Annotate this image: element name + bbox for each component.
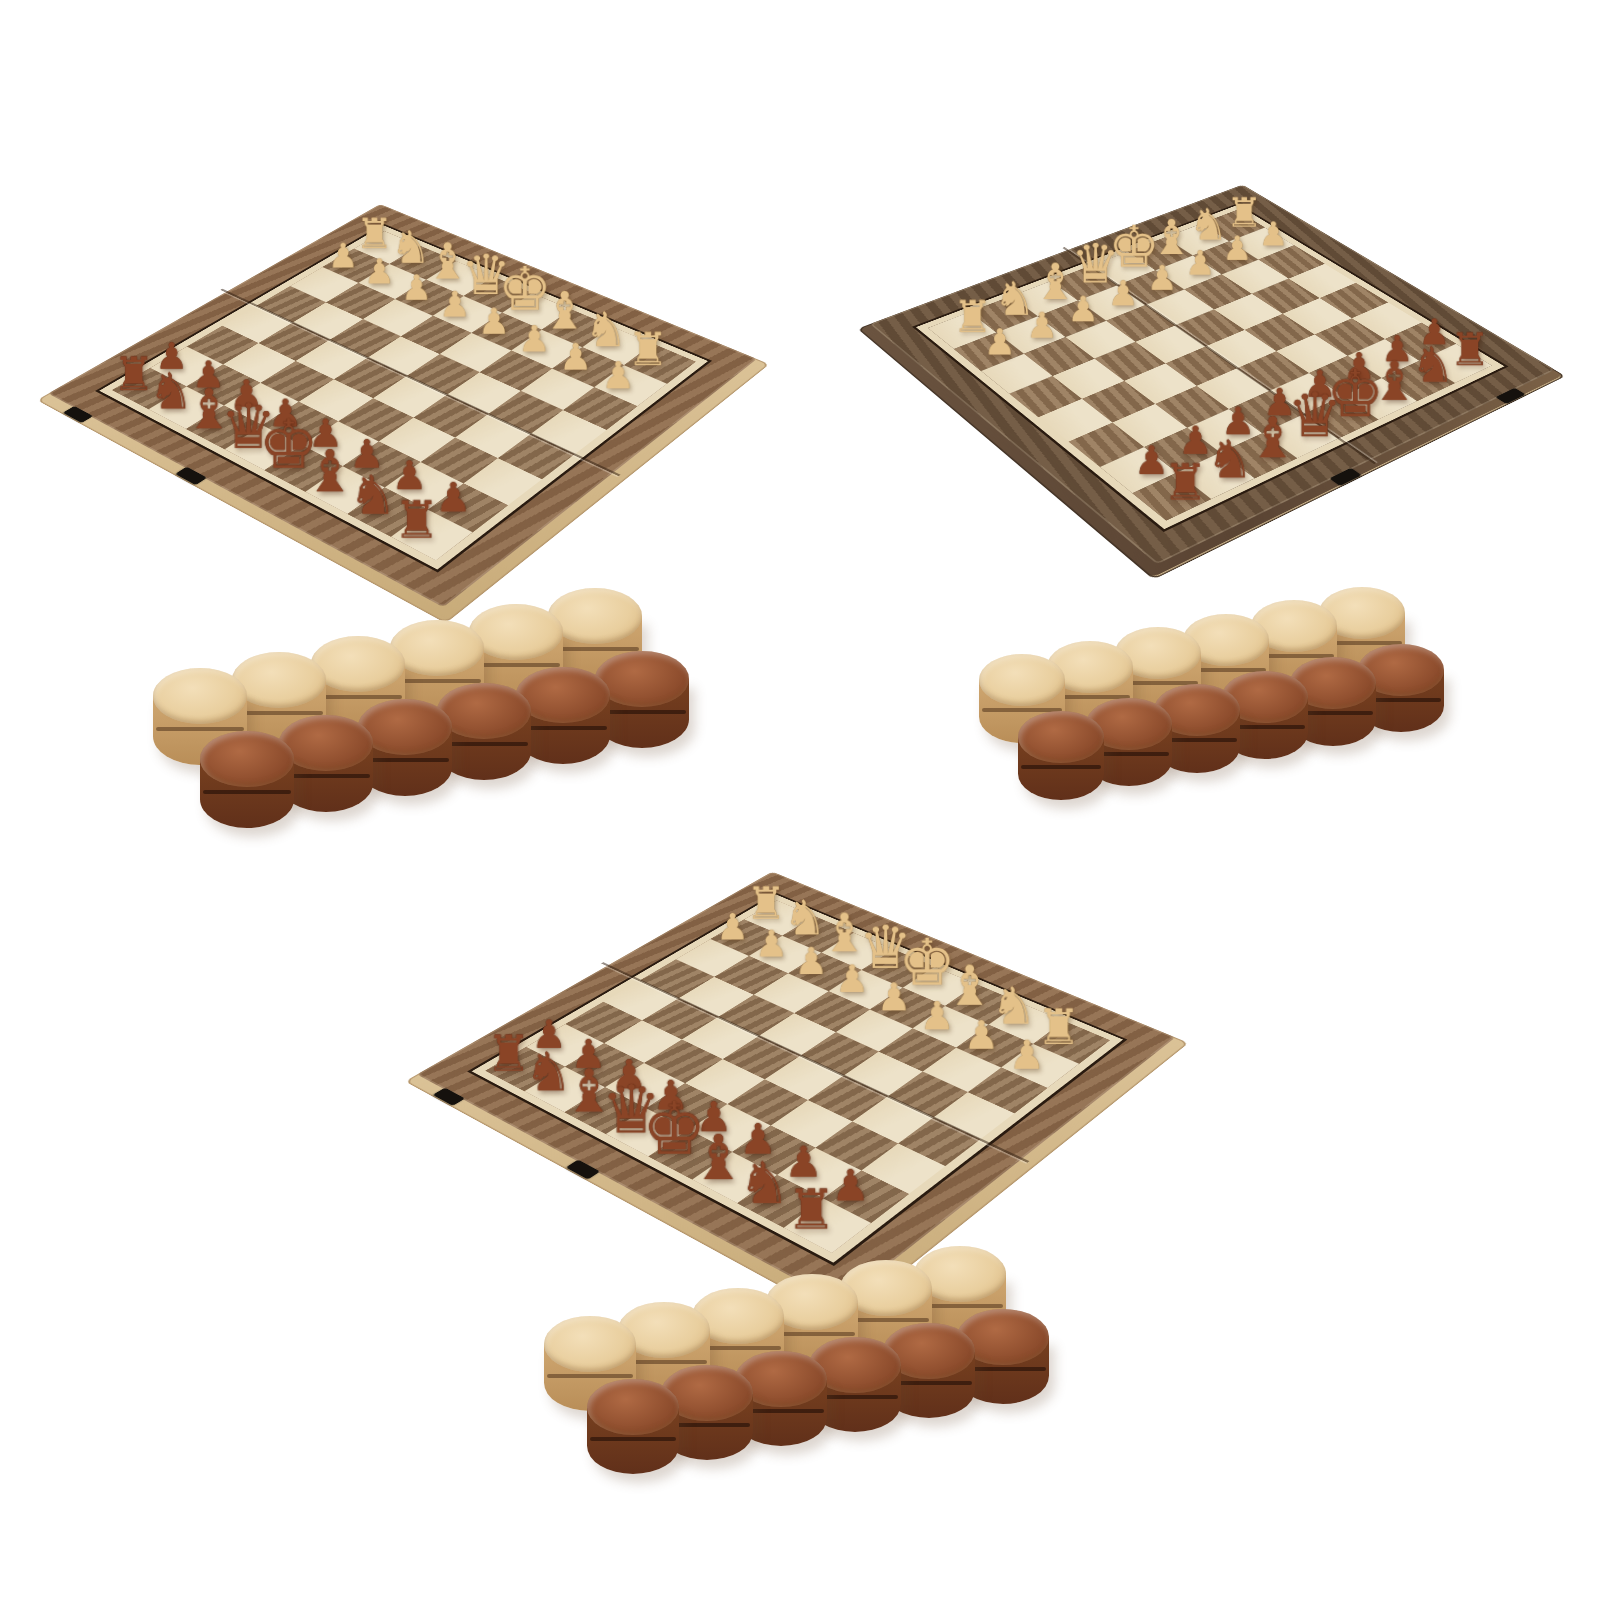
dark-knight-piece: ♞ <box>349 469 398 523</box>
light-pawn-piece: ♟ <box>920 997 955 1036</box>
disc-top-face <box>358 699 452 756</box>
checker-light-disc-stack <box>232 652 326 750</box>
chess-grid: ♜♞♝♛♚♝♞♜♟♟♟♟♟♟♟♟♟♟♟♟♟♟♟♟♜♞♝♛♚♝♞♜ <box>928 210 1492 520</box>
board-walnut-top: ♜♞♝♛♚♝♞♜♟♟♟♟♟♟♟♟♟♟♟♟♟♟♟♟♜♞♝♛♚♝♞♜ <box>870 185 1555 565</box>
disc-top-face <box>661 1365 753 1420</box>
light-pawn-piece: ♟ <box>755 926 788 963</box>
light-pawn-piece: ♟ <box>1222 232 1252 265</box>
checker-light-disc-stack <box>1251 600 1337 689</box>
dark-rook-piece: ♜ <box>394 494 440 546</box>
product-photo-canvas: { "game": "chess", "product_view": "2-in… <box>0 0 1600 1600</box>
disc-top-face <box>544 1316 636 1371</box>
checker-dark-disc-stack <box>1086 698 1172 787</box>
disc-side <box>232 680 326 748</box>
dark-rook-piece: ♜ <box>787 1182 836 1237</box>
disc-side <box>153 696 247 764</box>
chessboard-top-left: ♜♞♝♛♚♝♞♜♟♟♟♟♟♟♟♟♟♟♟♟♟♟♟♟♜♞♝♛♚♝♞♜ <box>148 122 668 642</box>
disc-side <box>661 1393 753 1460</box>
checker-light-disc-stack <box>1047 641 1133 730</box>
disc-top-face <box>809 1337 901 1392</box>
disc-side <box>1047 667 1133 730</box>
light-pawn-piece: ♟ <box>401 271 432 306</box>
checker-light-disc-stack <box>979 654 1065 743</box>
disc-top-face <box>200 731 294 788</box>
light-rook-piece: ♜ <box>1226 192 1262 232</box>
checker-dark-disc-stack <box>516 667 610 765</box>
disc-side <box>1251 626 1337 689</box>
light-pawn-piece: ♟ <box>795 943 828 980</box>
disc-side <box>618 1330 710 1397</box>
checker-dark-disc-stack <box>437 683 531 781</box>
disc-top-face <box>153 668 247 725</box>
light-pawn-piece: ♟ <box>835 960 869 998</box>
light-pawn-piece: ♟ <box>1068 292 1100 327</box>
checker-dark-disc-stack <box>587 1379 679 1475</box>
disc-side <box>200 759 294 827</box>
checker-dark-disc-stack <box>595 651 689 749</box>
disc-side <box>469 632 563 700</box>
chess-grid: ♜♞♝♛♚♝♞♜♟♟♟♟♟♟♟♟♟♟♟♟♟♟♟♟♜♞♝♛♚♝♞♜ <box>486 900 1110 1253</box>
light-pawn-piece: ♟ <box>328 239 358 273</box>
folding-board: ♜♞♝♛♚♝♞♜♟♟♟♟♟♟♟♟♟♟♟♟♟♟♟♟♜♞♝♛♚♝♞♜ <box>37 204 770 623</box>
checker-dark-disc-stack <box>957 1309 1049 1405</box>
board-walnut-top: ♜♞♝♛♚♝♞♜♟♟♟♟♟♟♟♟♟♟♟♟♟♟♟♟♜♞♝♛♚♝♞♜ <box>48 204 756 607</box>
dark-pawn-piece: ♟ <box>831 1164 870 1208</box>
disc-side <box>516 695 610 763</box>
light-pawn-piece: ♟ <box>518 321 551 357</box>
disc-side <box>1154 710 1240 773</box>
disc-side <box>1222 697 1308 760</box>
disc-side <box>1183 640 1269 703</box>
dark-bishop-piece: ♝ <box>1248 410 1298 466</box>
disc-top-face <box>279 715 373 772</box>
disc-side <box>544 1344 636 1411</box>
checker-dark-disc-stack <box>1154 684 1240 773</box>
checker-dark-disc-stack <box>358 699 452 797</box>
disc-side <box>587 1407 679 1474</box>
checker-light-disc-stack <box>311 636 405 734</box>
light-rook-piece: ♜ <box>356 213 393 255</box>
disc-top-face <box>979 654 1065 706</box>
folding-board: ♜♞♝♛♚♝♞♜♟♟♟♟♟♟♟♟♟♟♟♟♟♟♟♟♜♞♝♛♚♝♞♜ <box>405 872 1189 1321</box>
disc-side <box>1086 724 1172 787</box>
disc-side <box>595 679 689 747</box>
disc-side <box>1358 670 1444 733</box>
disc-side <box>809 1365 901 1432</box>
disc-side <box>883 1351 975 1418</box>
disc-top-face <box>587 1379 679 1434</box>
light-pawn-piece: ♟ <box>877 978 911 1016</box>
light-rook-piece: ♜ <box>746 881 786 926</box>
disc-side <box>692 1316 784 1383</box>
checker-light-disc-stack <box>1115 627 1201 716</box>
checker-dark-disc-stack <box>883 1323 975 1419</box>
light-pawn-piece: ♟ <box>716 909 749 945</box>
chessboard-bottom-center: ♜♞♝♛♚♝♞♜♟♟♟♟♟♟♟♟♟♟♟♟♟♟♟♟♜♞♝♛♚♝♞♜ <box>542 802 1062 1322</box>
checker-light-disc-stack <box>1183 614 1269 703</box>
checker-dark-disc-stack <box>279 715 373 813</box>
light-pawn-piece: ♟ <box>964 1016 999 1055</box>
disc-side <box>437 711 531 779</box>
light-pawn-piece: ♟ <box>559 339 592 376</box>
disc-side <box>279 743 373 811</box>
disc-top-face <box>1183 614 1269 666</box>
light-pawn-piece: ♟ <box>1009 1035 1045 1075</box>
disc-top-face <box>1222 671 1308 723</box>
checker-light-disc-stack <box>544 1316 636 1412</box>
dark-knight-piece: ♞ <box>1206 433 1253 486</box>
light-pawn-piece: ♟ <box>1259 218 1289 251</box>
checker-dark-disc-stack <box>735 1351 827 1447</box>
chessboard-top-right: ♜♞♝♛♚♝♞♜♟♟♟♟♟♟♟♟♟♟♟♟♟♟♟♟♜♞♝♛♚♝♞♜ <box>945 92 1465 612</box>
disc-top-face <box>1047 641 1133 693</box>
disc-top-face <box>232 652 326 709</box>
disc-side <box>957 1337 1049 1404</box>
disc-side <box>358 727 452 795</box>
dark-rook-piece: ♜ <box>1450 327 1491 372</box>
board-walnut-top: ♜♞♝♛♚♝♞♜♟♟♟♟♟♟♟♟♟♟♟♟♟♟♟♟♜♞♝♛♚♝♞♜ <box>417 872 1175 1303</box>
disc-top-face <box>1154 684 1240 736</box>
disc-side <box>390 648 484 716</box>
dark-rook-piece: ♜ <box>1163 457 1208 507</box>
disc-side <box>979 680 1065 743</box>
disc-side <box>1115 653 1201 716</box>
checker-dark-disc-stack <box>1290 657 1376 746</box>
disc-top-face <box>1115 627 1201 679</box>
checker-light-disc-stack <box>153 668 247 766</box>
light-pawn-piece: ♟ <box>364 255 395 289</box>
checker-dark-disc-stack <box>200 731 294 829</box>
light-pawn-piece: ♟ <box>1026 308 1058 344</box>
disc-top-face <box>516 667 610 724</box>
disc-top-face <box>1358 644 1444 696</box>
light-pawn-piece: ♟ <box>984 324 1016 360</box>
checker-dark-disc-stack <box>661 1365 753 1461</box>
dark-knight-piece: ♞ <box>738 1155 790 1213</box>
checker-dark-disc-stack <box>1018 711 1104 800</box>
folding-board: ♜♞♝♛♚♝♞♜♟♟♟♟♟♟♟♟♟♟♟♟♟♟♟♟♜♞♝♛♚♝♞♜ <box>858 185 1566 580</box>
disc-top-face <box>1290 657 1376 709</box>
checker-dark-disc-stack <box>1222 671 1308 760</box>
disc-side <box>311 664 405 732</box>
checker-dark-disc-stack <box>809 1337 901 1433</box>
disc-side <box>1319 613 1405 676</box>
light-pawn-piece: ♟ <box>1147 261 1178 295</box>
chess-grid: ♜♞♝♛♚♝♞♜♟♟♟♟♟♟♟♟♟♟♟♟♟♟♟♟♜♞♝♛♚♝♞♜ <box>112 231 695 561</box>
disc-top-face <box>437 683 531 740</box>
disc-top-face <box>735 1351 827 1406</box>
disc-top-face <box>311 636 405 693</box>
disc-top-face <box>883 1323 975 1378</box>
light-pawn-piece: ♟ <box>1108 276 1139 311</box>
disc-side <box>1290 683 1376 746</box>
light-pawn-piece: ♟ <box>602 357 635 394</box>
light-pawn-piece: ♟ <box>1185 246 1215 280</box>
light-pawn-piece: ♟ <box>478 304 510 340</box>
disc-side <box>1018 737 1104 800</box>
checker-dark-disc-stack <box>1358 644 1444 733</box>
disc-top-face <box>1018 711 1104 763</box>
light-pawn-piece: ♟ <box>439 287 471 322</box>
disc-top-face <box>1086 698 1172 750</box>
disc-top-face <box>595 651 689 708</box>
disc-side <box>735 1379 827 1446</box>
dark-pawn-piece: ♟ <box>435 478 472 519</box>
